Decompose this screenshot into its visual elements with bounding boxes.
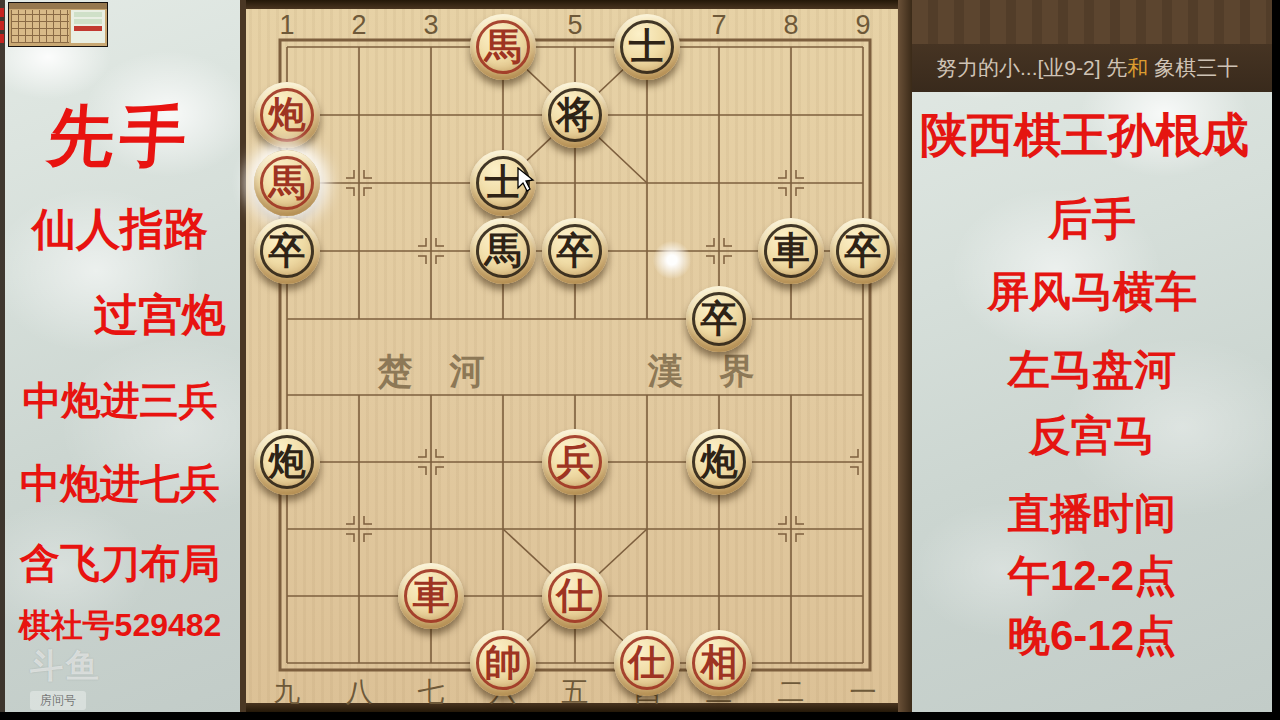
right-caption-2: 后手 (912, 190, 1272, 249)
coord-bottom: 二 (761, 674, 821, 710)
piece-glyph: 卒 (701, 294, 738, 344)
coord-bottom: 九 (257, 674, 317, 710)
piece-red-cannon[interactable]: 炮 (254, 82, 320, 148)
stream-title-prefix: 努力的小...[业9-2] 先 (936, 56, 1127, 79)
piece-glyph: 炮 (701, 437, 738, 487)
piece-glyph: 卒 (557, 226, 594, 276)
game-client-thumbnail[interactable] (8, 2, 108, 47)
coord-bottom: 五 (545, 674, 605, 710)
coord-top: 8 (761, 10, 821, 41)
thumbnail-titlebar (9, 3, 107, 9)
piece-black-pawn[interactable]: 卒 (542, 218, 608, 284)
piece-black-horse[interactable]: 馬 (470, 218, 536, 284)
piece-black-pawn[interactable]: 卒 (686, 286, 752, 352)
piece-glyph: 車 (773, 226, 810, 276)
left-caption-7: 棋社号529482 (0, 604, 240, 648)
stream-title-suffix: 象棋三十 (1148, 56, 1238, 79)
right-caption-3: 屏风马横车 (912, 264, 1272, 320)
piece-red-elephant[interactable]: 相 (686, 630, 752, 696)
piece-red-pawn[interactable]: 兵 (542, 429, 608, 495)
letterbox-right (1272, 0, 1280, 712)
river-label-right: 漢 界 (648, 348, 769, 395)
coord-top: 5 (545, 10, 605, 41)
piece-red-king[interactable]: 帥 (470, 630, 536, 696)
stream-frame: 先手仙人指路过宫炮中炮进三兵中炮进七兵含飞刀布局棋社号529482 123456… (0, 0, 1280, 720)
coord-top: 1 (257, 10, 317, 41)
right-caption-4: 左马盘河 (912, 342, 1272, 398)
right-caption-7: 午12-2点 (912, 548, 1272, 604)
piece-glyph: 卒 (269, 226, 306, 276)
coord-top: 7 (689, 10, 749, 41)
room-label: 房间号 (30, 691, 86, 710)
piece-red-horse[interactable]: 馬 (254, 150, 320, 216)
piece-black-advisor[interactable]: 士 (614, 14, 680, 80)
piece-glyph: 帥 (485, 638, 522, 688)
piece-red-advisor[interactable]: 仕 (542, 563, 608, 629)
piece-black-pawn[interactable]: 卒 (830, 218, 896, 284)
left-edge-strip (0, 0, 5, 712)
coord-top: 9 (833, 10, 893, 41)
piece-glyph: 馬 (269, 158, 306, 208)
left-caption-3: 过宫炮 (0, 286, 240, 345)
letterbox-bottom (0, 712, 1280, 720)
piece-glyph: 馬 (485, 22, 522, 72)
piece-black-cannon[interactable]: 炮 (686, 429, 752, 495)
piece-black-cannon[interactable]: 炮 (254, 429, 320, 495)
coord-bottom: 八 (329, 674, 389, 710)
piece-glyph: 炮 (269, 90, 306, 140)
thumbnail-board (11, 10, 69, 43)
piece-glyph: 車 (413, 571, 450, 621)
right-text-panel: 陕西棋王孙根成后手屏风马横车左马盘河反宫马直播时间午12-2点晚6-12点 (912, 0, 1272, 712)
mouse-cursor (516, 167, 536, 193)
stream-title-bar: 努力的小...[业9-2] 先和 象棋三十 (912, 44, 1272, 92)
left-caption-5: 中炮进七兵 (0, 456, 240, 511)
piece-glyph: 卒 (845, 226, 882, 276)
right-caption-8: 晚6-12点 (912, 608, 1272, 664)
left-caption-4: 中炮进三兵 (0, 374, 240, 428)
thumbnail-sidebar (71, 10, 105, 43)
stream-title-accent: 和 (1127, 56, 1148, 79)
coord-bottom: 一 (833, 674, 893, 710)
douyu-watermark: 斗鱼 房间号 2293920 (30, 644, 102, 720)
piece-black-chariot[interactable]: 車 (758, 218, 824, 284)
river-label-left: 楚 河 (378, 348, 499, 395)
edge-speck (0, 34, 4, 43)
piece-black-general[interactable]: 将 (542, 82, 608, 148)
douyu-logo: 斗鱼 (30, 644, 102, 689)
left-caption-1: 先手 (0, 92, 240, 182)
left-caption-2: 仙人指路 (0, 200, 240, 259)
piece-red-chariot[interactable]: 車 (398, 563, 464, 629)
xiangqi-board[interactable]: 123456789 九八七六五四三二一 楚 河 漢 界 馬士炮将馬士卒馬卒車卒卒… (240, 0, 912, 712)
piece-glyph: 兵 (557, 437, 594, 487)
piece-glyph: 仕 (629, 638, 666, 688)
piece-glyph: 相 (701, 638, 738, 688)
left-text-panel: 先手仙人指路过宫炮中炮进三兵中炮进七兵含飞刀布局棋社号529482 (0, 0, 240, 712)
move-target-glow (653, 241, 691, 279)
piece-red-advisor[interactable]: 仕 (614, 630, 680, 696)
piece-glyph: 炮 (269, 437, 306, 487)
coord-top: 2 (329, 10, 389, 41)
right-caption-1: 陕西棋王孙根成 (912, 104, 1272, 167)
piece-red-horse[interactable]: 馬 (470, 14, 536, 80)
coord-bottom: 七 (401, 674, 461, 710)
edge-speck (0, 21, 4, 30)
right-caption-6: 直播时间 (912, 486, 1272, 542)
right-wood-header (912, 0, 1272, 44)
piece-glyph: 馬 (485, 226, 522, 276)
piece-black-pawn[interactable]: 卒 (254, 218, 320, 284)
piece-glyph: 仕 (557, 571, 594, 621)
coord-top: 3 (401, 10, 461, 41)
edge-speck (0, 8, 4, 17)
piece-glyph: 将 (557, 90, 594, 140)
left-caption-6: 含飞刀布局 (0, 536, 240, 591)
piece-glyph: 士 (629, 22, 666, 72)
right-caption-5: 反宫马 (912, 408, 1272, 464)
